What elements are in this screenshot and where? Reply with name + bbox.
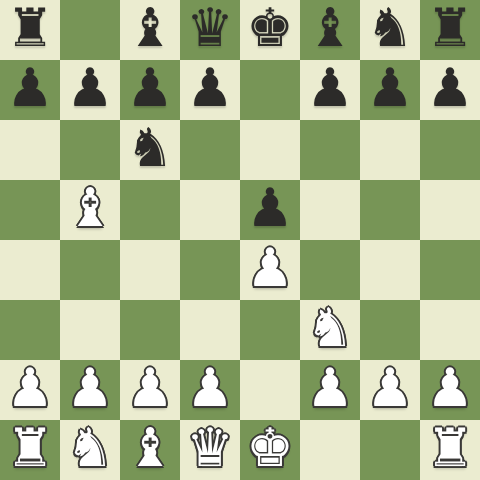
square-g5[interactable] <box>360 180 420 240</box>
square-d7[interactable]: ♟ <box>180 60 240 120</box>
square-f7[interactable]: ♟ <box>300 60 360 120</box>
black-bishop[interactable]: ♝ <box>306 0 354 58</box>
white-knight[interactable]: ♞ <box>66 418 114 478</box>
black-pawn[interactable]: ♟ <box>366 58 414 118</box>
white-rook[interactable]: ♜ <box>426 418 474 478</box>
square-b1[interactable]: ♞ <box>60 420 120 480</box>
square-c5[interactable] <box>120 180 180 240</box>
square-f1[interactable] <box>300 420 360 480</box>
square-f8[interactable]: ♝ <box>300 0 360 60</box>
black-knight[interactable]: ♞ <box>366 0 414 58</box>
black-knight[interactable]: ♞ <box>126 118 174 178</box>
square-e8[interactable]: ♚ <box>240 0 300 60</box>
black-pawn[interactable]: ♟ <box>6 58 54 118</box>
square-b5[interactable]: ♝ <box>60 180 120 240</box>
square-h1[interactable]: ♜ <box>420 420 480 480</box>
white-pawn[interactable]: ♟ <box>66 358 114 418</box>
square-a5[interactable] <box>0 180 60 240</box>
square-e6[interactable] <box>240 120 300 180</box>
square-h2[interactable]: ♟ <box>420 360 480 420</box>
square-c2[interactable]: ♟ <box>120 360 180 420</box>
square-d6[interactable] <box>180 120 240 180</box>
square-b7[interactable]: ♟ <box>60 60 120 120</box>
square-g8[interactable]: ♞ <box>360 0 420 60</box>
white-rook[interactable]: ♜ <box>6 418 54 478</box>
black-king[interactable]: ♚ <box>246 0 294 58</box>
square-f4[interactable] <box>300 240 360 300</box>
square-e7[interactable] <box>240 60 300 120</box>
white-pawn[interactable]: ♟ <box>366 358 414 418</box>
black-queen[interactable]: ♛ <box>186 0 234 58</box>
black-rook[interactable]: ♜ <box>426 0 474 58</box>
black-rook[interactable]: ♜ <box>6 0 54 58</box>
square-c8[interactable]: ♝ <box>120 0 180 60</box>
square-f3[interactable]: ♞ <box>300 300 360 360</box>
square-h7[interactable]: ♟ <box>420 60 480 120</box>
square-g4[interactable] <box>360 240 420 300</box>
white-pawn[interactable]: ♟ <box>426 358 474 418</box>
square-e4[interactable]: ♟ <box>240 240 300 300</box>
black-bishop[interactable]: ♝ <box>126 0 174 58</box>
square-g7[interactable]: ♟ <box>360 60 420 120</box>
square-h6[interactable] <box>420 120 480 180</box>
square-d5[interactable] <box>180 180 240 240</box>
square-g3[interactable] <box>360 300 420 360</box>
square-d4[interactable] <box>180 240 240 300</box>
white-pawn[interactable]: ♟ <box>306 358 354 418</box>
square-b2[interactable]: ♟ <box>60 360 120 420</box>
square-b3[interactable] <box>60 300 120 360</box>
square-g1[interactable] <box>360 420 420 480</box>
square-f2[interactable]: ♟ <box>300 360 360 420</box>
white-pawn[interactable]: ♟ <box>6 358 54 418</box>
square-d1[interactable]: ♛ <box>180 420 240 480</box>
white-bishop[interactable]: ♝ <box>66 178 114 238</box>
square-g6[interactable] <box>360 120 420 180</box>
white-pawn[interactable]: ♟ <box>186 358 234 418</box>
square-a7[interactable]: ♟ <box>0 60 60 120</box>
square-c3[interactable] <box>120 300 180 360</box>
square-e3[interactable] <box>240 300 300 360</box>
black-pawn[interactable]: ♟ <box>246 178 294 238</box>
white-pawn[interactable]: ♟ <box>246 238 294 298</box>
square-d8[interactable]: ♛ <box>180 0 240 60</box>
black-pawn[interactable]: ♟ <box>126 58 174 118</box>
square-c7[interactable]: ♟ <box>120 60 180 120</box>
square-a6[interactable] <box>0 120 60 180</box>
black-pawn[interactable]: ♟ <box>306 58 354 118</box>
square-h3[interactable] <box>420 300 480 360</box>
square-c6[interactable]: ♞ <box>120 120 180 180</box>
square-c4[interactable] <box>120 240 180 300</box>
square-a2[interactable]: ♟ <box>0 360 60 420</box>
square-g2[interactable]: ♟ <box>360 360 420 420</box>
square-f6[interactable] <box>300 120 360 180</box>
black-pawn[interactable]: ♟ <box>426 58 474 118</box>
white-knight[interactable]: ♞ <box>306 298 354 358</box>
chess-board: ♜♝♛♚♝♞♜♟♟♟♟♟♟♟♞♝♟♟♞♟♟♟♟♟♟♟♜♞♝♛♚♜ <box>0 0 480 480</box>
square-a8[interactable]: ♜ <box>0 0 60 60</box>
white-queen[interactable]: ♛ <box>186 418 234 478</box>
square-b4[interactable] <box>60 240 120 300</box>
square-e5[interactable]: ♟ <box>240 180 300 240</box>
square-h8[interactable]: ♜ <box>420 0 480 60</box>
square-c1[interactable]: ♝ <box>120 420 180 480</box>
square-b6[interactable] <box>60 120 120 180</box>
square-a4[interactable] <box>0 240 60 300</box>
black-pawn[interactable]: ♟ <box>66 58 114 118</box>
square-d3[interactable] <box>180 300 240 360</box>
square-h5[interactable] <box>420 180 480 240</box>
square-e2[interactable] <box>240 360 300 420</box>
square-b8[interactable] <box>60 0 120 60</box>
white-bishop[interactable]: ♝ <box>126 418 174 478</box>
black-pawn[interactable]: ♟ <box>186 58 234 118</box>
square-d2[interactable]: ♟ <box>180 360 240 420</box>
square-a3[interactable] <box>0 300 60 360</box>
square-h4[interactable] <box>420 240 480 300</box>
square-a1[interactable]: ♜ <box>0 420 60 480</box>
square-e1[interactable]: ♚ <box>240 420 300 480</box>
white-pawn[interactable]: ♟ <box>126 358 174 418</box>
square-f5[interactable] <box>300 180 360 240</box>
white-king[interactable]: ♚ <box>246 418 294 478</box>
